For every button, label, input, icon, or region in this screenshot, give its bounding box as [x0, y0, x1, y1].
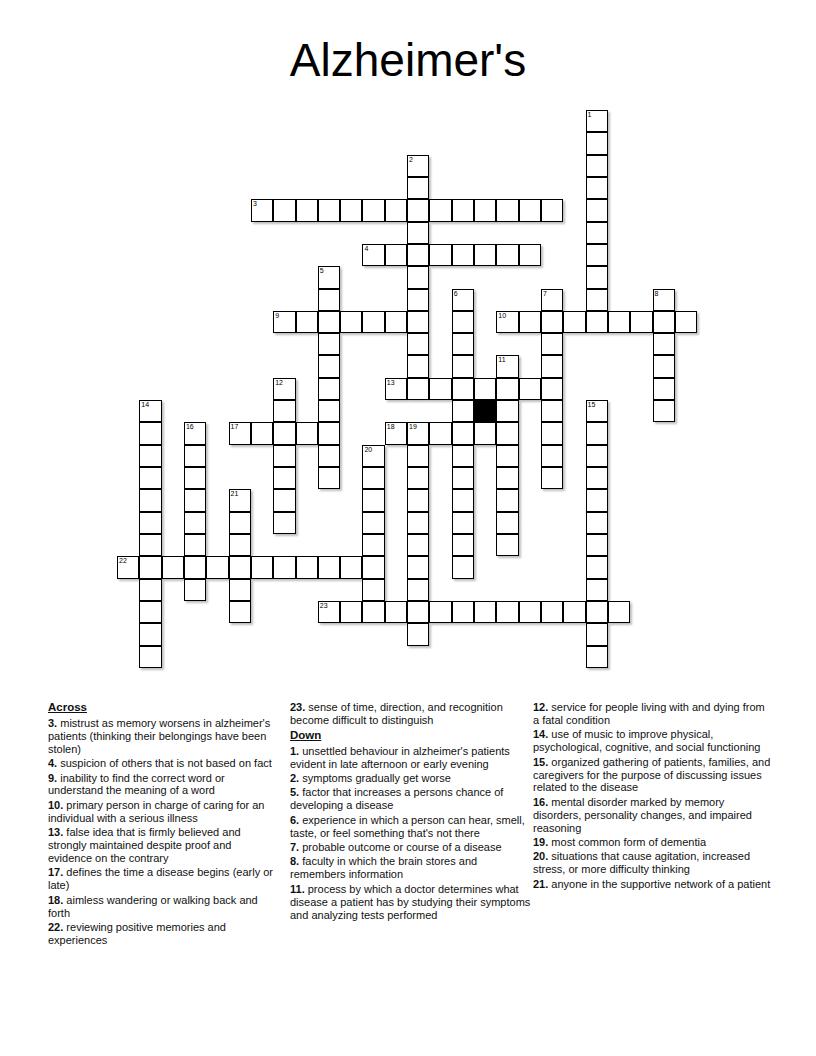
cell-20-0[interactable]: 22: [117, 556, 139, 578]
clue-down-6: 6. experience in which a person can hear…: [290, 814, 534, 840]
cell-2-21[interactable]: [586, 155, 608, 177]
cell-12-19[interactable]: [541, 378, 563, 400]
cell-17-7[interactable]: [273, 489, 295, 511]
cell-6-18[interactable]: [519, 244, 541, 266]
cell-7-13[interactable]: [407, 266, 429, 288]
cell-19-13[interactable]: [407, 534, 429, 556]
cell-16-19[interactable]: [541, 467, 563, 489]
cell-15-9[interactable]: [318, 445, 340, 467]
clue-down-16: 16. mental disorder marked by memory dis…: [533, 796, 773, 835]
cell-16-3[interactable]: [184, 467, 206, 489]
cell-9-11[interactable]: [362, 311, 384, 333]
clue-across-9: 9. inability to find the correct word or…: [48, 772, 278, 798]
cell-9-25[interactable]: [675, 311, 697, 333]
cell-20-11[interactable]: [362, 556, 384, 578]
clue-down-2: 2. symptoms gradually get worse: [290, 772, 534, 785]
cell-18-21[interactable]: [586, 512, 608, 534]
cell-21-11[interactable]: [362, 579, 384, 601]
cell-9-23[interactable]: [630, 311, 652, 333]
cell-19-1[interactable]: [139, 534, 161, 556]
cell-22-5[interactable]: [229, 601, 251, 623]
clue-across-18: 18. aimless wandering or walking back an…: [48, 894, 278, 920]
cell-19-17[interactable]: [496, 534, 518, 556]
cell-22-17[interactable]: [496, 601, 518, 623]
cell-10-19[interactable]: [541, 333, 563, 355]
cell-14-16[interactable]: [474, 422, 496, 444]
cell-6-21[interactable]: [586, 244, 608, 266]
cell-22-16[interactable]: [474, 601, 496, 623]
cell-9-10[interactable]: [340, 311, 362, 333]
cell-number-8: 8: [655, 289, 659, 298]
cell-number-17: 17: [231, 422, 239, 431]
cell-11-13[interactable]: [407, 355, 429, 377]
cell-12-7[interactable]: 12: [273, 378, 295, 400]
cell-2-13[interactable]: 2: [407, 155, 429, 177]
cell-13-21[interactable]: 15: [586, 400, 608, 422]
cell-13-17[interactable]: [496, 400, 518, 422]
cell-number-14: 14: [141, 400, 149, 409]
cell-16-1[interactable]: [139, 467, 161, 489]
clue-23-container: 23. sense of time, direction, and recogn…: [290, 701, 534, 727]
cell-9-24[interactable]: [653, 311, 675, 333]
cell-18-1[interactable]: [139, 512, 161, 534]
cell-6-11[interactable]: 4: [362, 244, 384, 266]
cell-6-17[interactable]: [496, 244, 518, 266]
cell-8-19[interactable]: 7: [541, 289, 563, 311]
cell-12-14[interactable]: [429, 378, 451, 400]
cell-17-15[interactable]: [452, 489, 474, 511]
cell-4-10[interactable]: [340, 199, 362, 221]
cell-15-11[interactable]: 20: [362, 445, 384, 467]
clue-down-5: 5. factor that increases a persons chanc…: [290, 786, 534, 812]
cell-16-9[interactable]: [318, 467, 340, 489]
crossword-grid: 1234567891011121314151617181920212223: [117, 110, 697, 668]
cell-8-15[interactable]: 6: [452, 289, 474, 311]
cell-4-18[interactable]: [519, 199, 541, 221]
cell-6-16[interactable]: [474, 244, 496, 266]
cell-6-12[interactable]: [385, 244, 407, 266]
cell-19-5[interactable]: [229, 534, 251, 556]
clue-down-20: 20. situations that cause agitation, inc…: [533, 850, 773, 876]
cell-11-19[interactable]: [541, 355, 563, 377]
clue-down-14: 14. use of music to improve physical, ps…: [533, 728, 773, 754]
cell-18-13[interactable]: [407, 512, 429, 534]
cell-9-22[interactable]: [608, 311, 630, 333]
cell-1-21[interactable]: [586, 132, 608, 154]
cell-14-6[interactable]: [251, 422, 273, 444]
cell-8-9[interactable]: [318, 289, 340, 311]
cell-17-21[interactable]: [586, 489, 608, 511]
cell-11-9[interactable]: [318, 355, 340, 377]
cell-4-19[interactable]: [541, 199, 563, 221]
cell-15-3[interactable]: [184, 445, 206, 467]
cell-16-13[interactable]: [407, 467, 429, 489]
cell-number-19: 19: [409, 422, 417, 431]
cell-15-19[interactable]: [541, 445, 563, 467]
cell-15-7[interactable]: [273, 445, 295, 467]
cell-number-9: 9: [275, 311, 279, 320]
cell-22-9[interactable]: 23: [318, 601, 340, 623]
cell-19-11[interactable]: [362, 534, 384, 556]
cell-18-3[interactable]: [184, 512, 206, 534]
cell-number-4: 4: [364, 244, 368, 253]
cell-23-21[interactable]: [586, 623, 608, 645]
clue-across-4: 4. suspicion of others that is not based…: [48, 757, 278, 770]
cell-9-21[interactable]: [586, 311, 608, 333]
cell-13-15[interactable]: [452, 400, 474, 422]
cell-9-20[interactable]: [563, 311, 585, 333]
cell-9-13[interactable]: [407, 311, 429, 333]
cell-23-13[interactable]: [407, 623, 429, 645]
cell-22-14[interactable]: [429, 601, 451, 623]
cell-4-8[interactable]: [296, 199, 318, 221]
cell-number-18: 18: [387, 422, 395, 431]
clue-across-17: 17. defines the time a disease begins (e…: [48, 866, 278, 892]
clue-down-15: 15. organized gathering of patients, fam…: [533, 756, 773, 795]
cell-5-13[interactable]: [407, 222, 429, 244]
cell-22-12[interactable]: [385, 601, 407, 623]
cell-20-2[interactable]: [162, 556, 184, 578]
cell-14-5[interactable]: 17: [229, 422, 251, 444]
cell-number-3: 3: [253, 199, 257, 208]
cell-12-15[interactable]: [452, 378, 474, 400]
clue-across-10: 10. primary person in charge of caring f…: [48, 799, 278, 825]
cell-16-15[interactable]: [452, 467, 474, 489]
cell-21-21[interactable]: [586, 579, 608, 601]
cell-22-19[interactable]: [541, 601, 563, 623]
crossword-page: Alzheimer's 1234567891011121314151617181…: [0, 0, 816, 1056]
cell-15-1[interactable]: [139, 445, 161, 467]
cell-number-2: 2: [409, 155, 413, 164]
cell-number-1: 1: [588, 110, 592, 119]
clue-down-7: 7. probable outcome or course of a disea…: [290, 841, 534, 854]
clue-down-11: 11. process by which a doctor determines…: [290, 883, 534, 922]
cell-20-15[interactable]: [452, 556, 474, 578]
down-clues-first-part: 1. unsettled behaviour in alzheimer's pa…: [290, 745, 534, 922]
cell-21-13[interactable]: [407, 579, 429, 601]
cell-4-7[interactable]: [273, 199, 295, 221]
cell-8-24[interactable]: 8: [653, 289, 675, 311]
cell-22-1[interactable]: [139, 601, 161, 623]
cell-10-24[interactable]: [653, 333, 675, 355]
cell-20-7[interactable]: [273, 556, 295, 578]
cell-9-8[interactable]: [296, 311, 318, 333]
cell-number-20: 20: [364, 445, 372, 454]
cell-16-17[interactable]: [496, 467, 518, 489]
cell-15-13[interactable]: [407, 445, 429, 467]
cell-number-7: 7: [543, 289, 547, 298]
cell-number-23: 23: [320, 601, 328, 610]
cell-9-7[interactable]: 9: [273, 311, 295, 333]
clue-down-12: 12. service for people living with and d…: [533, 701, 773, 727]
cell-18-11[interactable]: [362, 512, 384, 534]
cell-14-19[interactable]: [541, 422, 563, 444]
cell-number-21: 21: [231, 489, 239, 498]
cell-3-13[interactable]: [407, 177, 429, 199]
cell-4-13[interactable]: [407, 199, 429, 221]
cell-3-21[interactable]: [586, 177, 608, 199]
cell-17-1[interactable]: [139, 489, 161, 511]
cell-14-14[interactable]: [429, 422, 451, 444]
cell-number-22: 22: [119, 556, 127, 565]
cell-22-10[interactable]: [340, 601, 362, 623]
cell-22-22[interactable]: [608, 601, 630, 623]
cell-9-18[interactable]: [519, 311, 541, 333]
clue-down-8: 8. faculty in which the brain stores and…: [290, 855, 534, 881]
cell-19-21[interactable]: [586, 534, 608, 556]
cell-13-24[interactable]: [653, 400, 675, 422]
cell-7-21[interactable]: [586, 266, 608, 288]
cell-10-9[interactable]: [318, 333, 340, 355]
cell-22-18[interactable]: [519, 601, 541, 623]
cell-4-12[interactable]: [385, 199, 407, 221]
cell-14-17[interactable]: [496, 422, 518, 444]
cell-4-16[interactable]: [474, 199, 496, 221]
cell-19-3[interactable]: [184, 534, 206, 556]
clue-down-19: 19. most common form of dementia: [533, 836, 773, 849]
clue-down-1: 1. unsettled behaviour in alzheimer's pa…: [290, 745, 534, 771]
cell-17-3[interactable]: [184, 489, 206, 511]
cell-20-10[interactable]: [340, 556, 362, 578]
page-title: Alzheimer's: [0, 33, 816, 87]
cell-13-1[interactable]: 14: [139, 400, 161, 422]
cell-11-15[interactable]: [452, 355, 474, 377]
cell-15-15[interactable]: [452, 445, 474, 467]
cell-20-9[interactable]: [318, 556, 340, 578]
cell-number-6: 6: [454, 289, 458, 298]
cell-21-5[interactable]: [229, 579, 251, 601]
clue-across-23: 23. sense of time, direction, and recogn…: [290, 701, 534, 727]
cell-9-17[interactable]: 10: [496, 311, 518, 333]
cell-6-14[interactable]: [429, 244, 451, 266]
cell-17-17[interactable]: [496, 489, 518, 511]
clue-column-middle: 23. sense of time, direction, and recogn…: [290, 701, 534, 923]
cell-16-11[interactable]: [362, 467, 384, 489]
cell-4-15[interactable]: [452, 199, 474, 221]
cell-number-5: 5: [320, 266, 324, 275]
cell-19-15[interactable]: [452, 534, 474, 556]
cell-14-13[interactable]: 19: [407, 422, 429, 444]
cell-13-7[interactable]: [273, 400, 295, 422]
clue-column-across: Across 3. mistrust as memory worsens in …: [48, 701, 278, 948]
cell-8-21[interactable]: [586, 289, 608, 311]
cell-21-1[interactable]: [139, 579, 161, 601]
cell-9-19[interactable]: [541, 311, 563, 333]
cell-4-21[interactable]: [586, 199, 608, 221]
cell-7-9[interactable]: 5: [318, 266, 340, 288]
cell-20-4[interactable]: [206, 556, 228, 578]
cell-number-16: 16: [186, 422, 194, 431]
cell-16-7[interactable]: [273, 467, 295, 489]
cell-14-3[interactable]: 16: [184, 422, 206, 444]
cell-14-1[interactable]: [139, 422, 161, 444]
cell-17-11[interactable]: [362, 489, 384, 511]
cell-14-8[interactable]: [296, 422, 318, 444]
cell-6-15[interactable]: [452, 244, 474, 266]
cell-23-1[interactable]: [139, 623, 161, 645]
cell-20-1[interactable]: [139, 556, 161, 578]
clue-across-13: 13. false idea that is firmly believed a…: [48, 826, 278, 865]
cell-5-21[interactable]: [586, 222, 608, 244]
cell-20-3[interactable]: [184, 556, 206, 578]
cell-17-5[interactable]: 21: [229, 489, 251, 511]
cell-0-21[interactable]: 1: [586, 110, 608, 132]
cell-9-12[interactable]: [385, 311, 407, 333]
cell-10-15[interactable]: [452, 333, 474, 355]
cell-13-19[interactable]: [541, 400, 563, 422]
cell-14-21[interactable]: [586, 422, 608, 444]
cell-4-6[interactable]: 3: [251, 199, 273, 221]
cell-18-17[interactable]: [496, 512, 518, 534]
clue-column-down-rest: 12. service for people living with and d…: [533, 701, 773, 892]
cell-22-13[interactable]: [407, 601, 429, 623]
cell-22-21[interactable]: [586, 601, 608, 623]
cell-20-5[interactable]: [229, 556, 251, 578]
cell-18-15[interactable]: [452, 512, 474, 534]
cell-12-18[interactable]: [519, 378, 541, 400]
cell-4-11[interactable]: [362, 199, 384, 221]
cell-20-21[interactable]: [586, 556, 608, 578]
cell-number-12: 12: [275, 378, 283, 387]
cell-4-14[interactable]: [429, 199, 451, 221]
cell-20-13[interactable]: [407, 556, 429, 578]
cell-12-13[interactable]: [407, 378, 429, 400]
cell-11-17[interactable]: 11: [496, 355, 518, 377]
cell-13-9[interactable]: [318, 400, 340, 422]
cell-18-7[interactable]: [273, 512, 295, 534]
cell-6-13[interactable]: [407, 244, 429, 266]
cell-10-13[interactable]: [407, 333, 429, 355]
cell-number-11: 11: [498, 355, 505, 364]
cell-24-21[interactable]: [586, 646, 608, 668]
cell-22-11[interactable]: [362, 601, 384, 623]
cell-16-21[interactable]: [586, 467, 608, 489]
cell-12-9[interactable]: [318, 378, 340, 400]
cell-12-17[interactable]: [496, 378, 518, 400]
cell-11-24[interactable]: [653, 355, 675, 377]
cell-14-12[interactable]: 18: [385, 422, 407, 444]
cell-20-8[interactable]: [296, 556, 318, 578]
cell-14-15[interactable]: [452, 422, 474, 444]
cell-9-15[interactable]: [452, 311, 474, 333]
across-header: Across: [48, 701, 278, 714]
cell-12-12[interactable]: 13: [385, 378, 407, 400]
black-cell-13-16: [474, 400, 496, 422]
down-header: Down: [290, 729, 534, 742]
cell-14-7[interactable]: [273, 422, 295, 444]
clue-across-3: 3. mistrust as memory worsens in alzheim…: [48, 717, 278, 756]
cell-20-6[interactable]: [251, 556, 273, 578]
cell-17-13[interactable]: [407, 489, 429, 511]
cell-9-9[interactable]: [318, 311, 340, 333]
clue-across-22: 22. reviewing positive memories and expe…: [48, 921, 278, 947]
cell-24-1[interactable]: [139, 646, 161, 668]
cell-18-5[interactable]: [229, 512, 251, 534]
cell-22-20[interactable]: [563, 601, 585, 623]
cell-4-17[interactable]: [496, 199, 518, 221]
cell-4-9[interactable]: [318, 199, 340, 221]
cell-number-10: 10: [498, 311, 506, 320]
cell-8-13[interactable]: [407, 289, 429, 311]
cell-15-17[interactable]: [496, 445, 518, 467]
clue-down-21: 21. anyone in the supportive network of …: [533, 878, 773, 891]
cell-12-16[interactable]: [474, 378, 496, 400]
cell-15-21[interactable]: [586, 445, 608, 467]
cell-22-15[interactable]: [452, 601, 474, 623]
cell-14-9[interactable]: [318, 422, 340, 444]
cell-number-15: 15: [588, 400, 596, 409]
cell-12-24[interactable]: [653, 378, 675, 400]
cell-number-13: 13: [387, 378, 395, 387]
cell-21-3[interactable]: [184, 579, 206, 601]
